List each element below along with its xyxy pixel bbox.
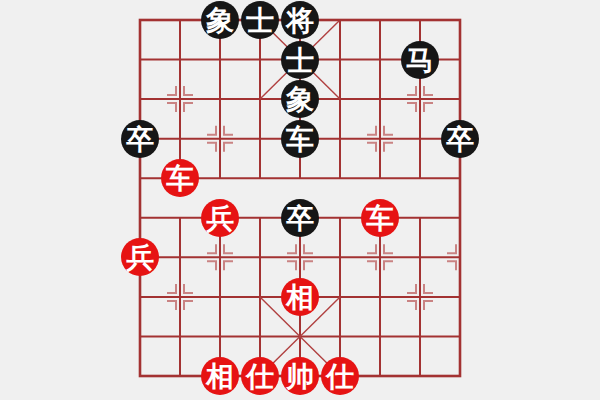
piece-glyph: 车 <box>166 165 194 193</box>
piece-red-chariot[interactable]: 车 <box>161 159 199 197</box>
piece-red-soldier[interactable]: 兵 <box>121 238 159 276</box>
piece-glyph: 士 <box>246 7 274 35</box>
piece-glyph: 卒 <box>126 126 154 154</box>
piece-red-chariot[interactable]: 车 <box>361 199 399 237</box>
piece-black-soldier[interactable]: 卒 <box>281 199 319 237</box>
piece-black-general[interactable]: 将 <box>281 1 319 39</box>
piece-black-elephant[interactable]: 象 <box>281 80 319 118</box>
piece-red-elephant[interactable]: 相 <box>201 357 239 395</box>
piece-red-advisor[interactable]: 仕 <box>321 357 359 395</box>
piece-red-elephant[interactable]: 相 <box>281 278 319 316</box>
piece-glyph: 卒 <box>286 205 314 233</box>
piece-black-soldier[interactable]: 卒 <box>121 120 159 158</box>
piece-glyph: 仕 <box>326 363 354 391</box>
piece-black-chariot[interactable]: 车 <box>281 120 319 158</box>
piece-red-advisor[interactable]: 仕 <box>241 357 279 395</box>
piece-red-soldier[interactable]: 兵 <box>201 199 239 237</box>
piece-red-general[interactable]: 帅 <box>281 357 319 395</box>
piece-glyph: 仕 <box>246 363 274 391</box>
piece-glyph: 相 <box>286 284 314 312</box>
piece-glyph: 将 <box>286 7 314 35</box>
piece-glyph: 相 <box>206 363 234 391</box>
piece-black-advisor[interactable]: 士 <box>241 1 279 39</box>
piece-glyph: 马 <box>406 47 434 75</box>
piece-glyph: 象 <box>286 86 314 114</box>
piece-glyph: 象 <box>206 7 234 35</box>
piece-glyph: 士 <box>286 47 314 75</box>
piece-glyph: 车 <box>286 126 314 154</box>
piece-glyph: 兵 <box>206 205 234 233</box>
piece-glyph: 兵 <box>126 244 154 272</box>
xiangqi-diagram: 象士将士马象卒车卒车兵卒车兵相相仕帅仕 <box>0 0 600 400</box>
piece-black-horse[interactable]: 马 <box>401 41 439 79</box>
piece-black-elephant[interactable]: 象 <box>201 1 239 39</box>
piece-glyph: 卒 <box>446 126 474 154</box>
piece-glyph: 车 <box>366 205 394 233</box>
piece-black-advisor[interactable]: 士 <box>281 41 319 79</box>
piece-glyph: 帅 <box>286 363 314 391</box>
piece-black-soldier[interactable]: 卒 <box>441 120 479 158</box>
xiangqi-board[interactable]: 象士将士马象卒车卒车兵卒车兵相相仕帅仕 <box>120 0 480 396</box>
